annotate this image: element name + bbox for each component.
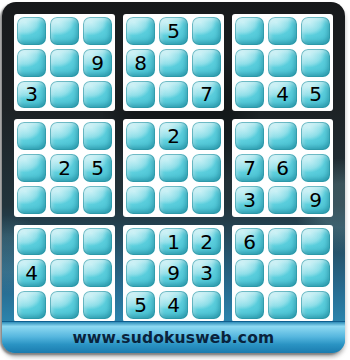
cell-r9c5[interactable]: 4 <box>159 291 188 319</box>
cell-r1c3[interactable] <box>83 17 112 45</box>
cell-r8c4[interactable] <box>126 259 155 287</box>
cell-r2c9[interactable] <box>301 49 330 77</box>
cell-r2c4[interactable]: 8 <box>126 49 155 77</box>
cell-r2c1[interactable] <box>17 49 46 77</box>
sudoku-page: 9358745252763941293546 www.sudokusweb.co… <box>0 0 350 360</box>
cell-r4c5[interactable]: 2 <box>159 122 188 150</box>
cell-r3c1[interactable]: 3 <box>17 81 46 109</box>
cell-r2c7[interactable] <box>235 49 264 77</box>
cell-r6c3[interactable] <box>83 186 112 214</box>
cell-r3c2[interactable] <box>50 81 79 109</box>
cell-r3c6[interactable]: 7 <box>192 81 221 109</box>
cell-r5c3[interactable]: 5 <box>83 154 112 182</box>
cell-r9c1[interactable] <box>17 291 46 319</box>
box-9: 6 <box>232 225 333 322</box>
cell-r8c2[interactable] <box>50 259 79 287</box>
cell-r6c7[interactable]: 3 <box>235 186 264 214</box>
cell-r7c2[interactable] <box>50 228 79 256</box>
cell-r5c5[interactable] <box>159 154 188 182</box>
cell-r8c1[interactable]: 4 <box>17 259 46 287</box>
cell-r7c6[interactable]: 2 <box>192 228 221 256</box>
cell-r1c7[interactable] <box>235 17 264 45</box>
cell-r9c4[interactable]: 5 <box>126 291 155 319</box>
cell-r6c9[interactable]: 9 <box>301 186 330 214</box>
cell-r6c6[interactable] <box>192 186 221 214</box>
cell-r7c7[interactable]: 6 <box>235 228 264 256</box>
cell-r3c5[interactable] <box>159 81 188 109</box>
cell-r4c3[interactable] <box>83 122 112 150</box>
cell-r3c3[interactable] <box>83 81 112 109</box>
cell-r6c1[interactable] <box>17 186 46 214</box>
cell-r8c5[interactable]: 9 <box>159 259 188 287</box>
cell-r9c2[interactable] <box>50 291 79 319</box>
cell-r8c3[interactable] <box>83 259 112 287</box>
cell-r4c8[interactable] <box>268 122 297 150</box>
footer-band: www.sudokusweb.com <box>2 321 345 353</box>
cell-r8c7[interactable] <box>235 259 264 287</box>
footer-url[interactable]: www.sudokusweb.com <box>73 329 275 347</box>
cell-r5c6[interactable] <box>192 154 221 182</box>
board: 9358745252763941293546 <box>14 14 333 322</box>
board-frame: 9358745252763941293546 www.sudokusweb.co… <box>2 2 345 353</box>
cell-r4c1[interactable] <box>17 122 46 150</box>
box-8: 129354 <box>123 225 224 322</box>
cell-r8c9[interactable] <box>301 259 330 287</box>
cell-r1c4[interactable] <box>126 17 155 45</box>
cell-r2c2[interactable] <box>50 49 79 77</box>
box-6: 7639 <box>232 119 333 216</box>
cell-r3c8[interactable]: 4 <box>268 81 297 109</box>
cell-r9c3[interactable] <box>83 291 112 319</box>
cell-r6c8[interactable] <box>268 186 297 214</box>
cell-r7c9[interactable] <box>301 228 330 256</box>
box-7: 4 <box>14 225 115 322</box>
cell-r6c4[interactable] <box>126 186 155 214</box>
cell-r2c3[interactable]: 9 <box>83 49 112 77</box>
cell-r5c2[interactable]: 2 <box>50 154 79 182</box>
cell-r6c5[interactable] <box>159 186 188 214</box>
box-2: 587 <box>123 14 224 111</box>
box-1: 93 <box>14 14 115 111</box>
cell-r7c3[interactable] <box>83 228 112 256</box>
cell-r6c2[interactable] <box>50 186 79 214</box>
cell-r7c5[interactable]: 1 <box>159 228 188 256</box>
box-5: 2 <box>123 119 224 216</box>
cell-r1c2[interactable] <box>50 17 79 45</box>
cell-r1c8[interactable] <box>268 17 297 45</box>
cell-r1c1[interactable] <box>17 17 46 45</box>
cell-r2c5[interactable] <box>159 49 188 77</box>
cell-r2c8[interactable] <box>268 49 297 77</box>
cell-r3c9[interactable]: 5 <box>301 81 330 109</box>
cell-r5c7[interactable]: 7 <box>235 154 264 182</box>
cell-r4c6[interactable] <box>192 122 221 150</box>
box-4: 25 <box>14 119 115 216</box>
cell-r7c1[interactable] <box>17 228 46 256</box>
cell-r9c9[interactable] <box>301 291 330 319</box>
cell-r8c6[interactable]: 3 <box>192 259 221 287</box>
cell-r1c9[interactable] <box>301 17 330 45</box>
cell-r7c4[interactable] <box>126 228 155 256</box>
cell-r9c8[interactable] <box>268 291 297 319</box>
cell-r3c4[interactable] <box>126 81 155 109</box>
cell-r9c6[interactable] <box>192 291 221 319</box>
cell-r5c1[interactable] <box>17 154 46 182</box>
cell-r4c7[interactable] <box>235 122 264 150</box>
cell-r4c2[interactable] <box>50 122 79 150</box>
cell-r9c7[interactable] <box>235 291 264 319</box>
box-3: 45 <box>232 14 333 111</box>
cell-r5c8[interactable]: 6 <box>268 154 297 182</box>
cell-r8c8[interactable] <box>268 259 297 287</box>
cell-r1c5[interactable]: 5 <box>159 17 188 45</box>
cell-r5c9[interactable] <box>301 154 330 182</box>
cell-r5c4[interactable] <box>126 154 155 182</box>
cell-r4c4[interactable] <box>126 122 155 150</box>
cell-r1c6[interactable] <box>192 17 221 45</box>
cell-r2c6[interactable] <box>192 49 221 77</box>
cell-r4c9[interactable] <box>301 122 330 150</box>
cell-r3c7[interactable] <box>235 81 264 109</box>
cell-r7c8[interactable] <box>268 228 297 256</box>
